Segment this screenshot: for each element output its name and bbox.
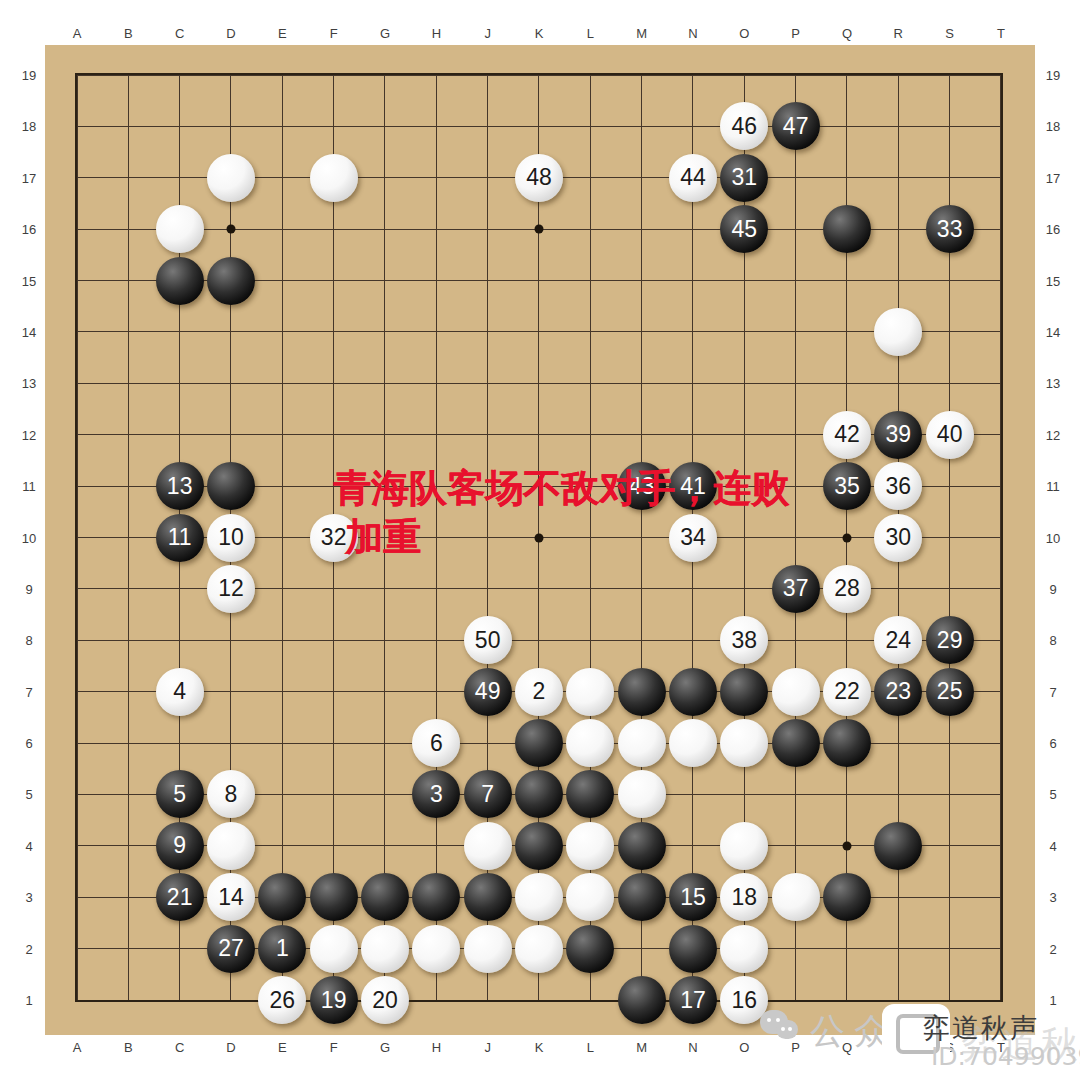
stone-H6: 6 xyxy=(412,719,460,767)
stone-O16: 45 xyxy=(720,205,768,253)
stone-D3: 14 xyxy=(207,873,255,921)
stone-Q9: 28 xyxy=(823,565,871,613)
coord-label-top-C: C xyxy=(175,26,184,41)
stone-J7: 49 xyxy=(464,668,512,716)
stone-H2 xyxy=(412,925,460,973)
stone-D17 xyxy=(207,154,255,202)
stone-Q7: 22 xyxy=(823,668,871,716)
coord-label-top-J: J xyxy=(484,26,491,41)
stone-C10: 11 xyxy=(156,514,204,562)
stone-L5 xyxy=(566,770,614,818)
stone-J5: 7 xyxy=(464,770,512,818)
coord-label-right-9: 9 xyxy=(1049,581,1056,596)
coord-label-top-K: K xyxy=(535,26,544,41)
caption-line1: 青海队客场不敌对手，连败 xyxy=(333,464,789,513)
coord-label-left-1: 1 xyxy=(25,993,32,1008)
stone-E3 xyxy=(258,873,306,921)
coord-label-bottom-E: E xyxy=(278,1040,287,1055)
coord-label-top-A: A xyxy=(73,26,82,41)
stone-P18: 47 xyxy=(772,102,820,150)
stone-S7: 25 xyxy=(926,668,974,716)
coord-label-top-O: O xyxy=(739,26,749,41)
coord-label-top-B: B xyxy=(124,26,133,41)
coord-label-bottom-G: G xyxy=(380,1040,390,1055)
stone-R7: 23 xyxy=(874,668,922,716)
app-icon-mouth xyxy=(908,1050,924,1054)
stone-K5 xyxy=(515,770,563,818)
stone-D5: 8 xyxy=(207,770,255,818)
stone-P3 xyxy=(772,873,820,921)
wechat-eye xyxy=(781,1027,785,1031)
stone-J2 xyxy=(464,925,512,973)
coord-label-left-10: 10 xyxy=(22,530,36,545)
coord-label-right-11: 11 xyxy=(1046,479,1060,494)
stone-N3: 15 xyxy=(669,873,717,921)
caption-line2: 加重 xyxy=(345,513,789,562)
stone-M6 xyxy=(618,719,666,767)
stone-J8: 50 xyxy=(464,616,512,664)
stone-O17: 31 xyxy=(720,154,768,202)
coord-label-bottom-M: M xyxy=(636,1040,647,1055)
stone-R12: 39 xyxy=(874,411,922,459)
stone-F17 xyxy=(310,154,358,202)
coord-label-bottom-C: C xyxy=(175,1040,184,1055)
coord-label-right-15: 15 xyxy=(1046,273,1060,288)
wechat-eye xyxy=(788,1027,792,1031)
stone-K4 xyxy=(515,822,563,870)
stone-G3 xyxy=(361,873,409,921)
coord-label-top-T: T xyxy=(997,26,1005,41)
stone-M7 xyxy=(618,668,666,716)
stone-O6 xyxy=(720,719,768,767)
stone-G1: 20 xyxy=(361,976,409,1024)
coord-label-right-5: 5 xyxy=(1049,787,1056,802)
stone-S12: 40 xyxy=(926,411,974,459)
coord-label-left-3: 3 xyxy=(25,890,32,905)
stone-N17: 44 xyxy=(669,154,717,202)
stone-N6 xyxy=(669,719,717,767)
stone-C16 xyxy=(156,205,204,253)
coord-label-bottom-L: L xyxy=(587,1040,594,1055)
coord-label-bottom-J: J xyxy=(484,1040,491,1055)
coord-label-top-Q: Q xyxy=(842,26,852,41)
watermark: 公众号 弈道秋声 弈道秋声 ID:70499039 xyxy=(756,1002,1080,1080)
coord-label-top-P: P xyxy=(791,26,800,41)
coord-label-right-14: 14 xyxy=(1046,324,1060,339)
stone-L4 xyxy=(566,822,614,870)
stone-L6 xyxy=(566,719,614,767)
stone-J4 xyxy=(464,822,512,870)
coord-label-left-18: 18 xyxy=(22,119,36,134)
coord-label-left-4: 4 xyxy=(25,838,32,853)
coord-label-right-10: 10 xyxy=(1046,530,1060,545)
stone-F2 xyxy=(310,925,358,973)
coord-label-left-7: 7 xyxy=(25,684,32,699)
stone-C15 xyxy=(156,257,204,305)
coord-label-right-16: 16 xyxy=(1046,222,1060,237)
news-caption: 青海队客场不敌对手，连败 加重 xyxy=(333,464,789,562)
coord-label-left-15: 15 xyxy=(22,273,36,288)
coord-label-right-7: 7 xyxy=(1049,684,1056,699)
coord-label-right-13: 13 xyxy=(1046,376,1060,391)
coord-label-left-8: 8 xyxy=(25,633,32,648)
coord-label-right-6: 6 xyxy=(1049,736,1056,751)
coord-label-left-6: 6 xyxy=(25,736,32,751)
stone-Q12: 42 xyxy=(823,411,871,459)
stone-S8: 29 xyxy=(926,616,974,664)
coord-label-right-4: 4 xyxy=(1049,838,1056,853)
coord-label-top-F: F xyxy=(330,26,338,41)
coord-label-left-11: 11 xyxy=(22,479,36,494)
coord-label-top-R: R xyxy=(894,26,903,41)
coord-label-left-17: 17 xyxy=(22,170,36,185)
star-point-K16 xyxy=(534,225,543,234)
stone-M3 xyxy=(618,873,666,921)
stone-K2 xyxy=(515,925,563,973)
coord-label-left-19: 19 xyxy=(22,68,36,83)
coord-label-bottom-A: A xyxy=(73,1040,82,1055)
stone-E2: 1 xyxy=(258,925,306,973)
coord-label-top-D: D xyxy=(226,26,235,41)
coord-label-right-19: 19 xyxy=(1046,68,1060,83)
coord-label-bottom-D: D xyxy=(226,1040,235,1055)
stone-F3 xyxy=(310,873,358,921)
stone-H5: 3 xyxy=(412,770,460,818)
coord-label-left-12: 12 xyxy=(22,427,36,442)
stone-R11: 36 xyxy=(874,462,922,510)
stone-G2 xyxy=(361,925,409,973)
stone-O2 xyxy=(720,925,768,973)
coord-label-top-L: L xyxy=(587,26,594,41)
stone-O3: 18 xyxy=(720,873,768,921)
star-point-Q10 xyxy=(842,533,851,542)
stone-Q16 xyxy=(823,205,871,253)
stone-E1: 26 xyxy=(258,976,306,1024)
stone-K7: 2 xyxy=(515,668,563,716)
coord-label-bottom-B: B xyxy=(124,1040,133,1055)
coord-label-bottom-K: K xyxy=(535,1040,544,1055)
coord-label-top-M: M xyxy=(636,26,647,41)
wechat-icon xyxy=(760,1010,802,1044)
stone-K3 xyxy=(515,873,563,921)
stone-Q3 xyxy=(823,873,871,921)
stone-C4: 9 xyxy=(156,822,204,870)
stone-D4 xyxy=(207,822,255,870)
stone-N7 xyxy=(669,668,717,716)
coord-label-left-14: 14 xyxy=(22,324,36,339)
stone-C11: 13 xyxy=(156,462,204,510)
wechat-bubble-small xyxy=(776,1020,798,1039)
stone-P7 xyxy=(772,668,820,716)
coord-label-top-H: H xyxy=(432,26,441,41)
coord-label-top-E: E xyxy=(278,26,287,41)
stone-M5 xyxy=(618,770,666,818)
stone-M4 xyxy=(618,822,666,870)
stone-N2 xyxy=(669,925,717,973)
watermark-account-name: 弈道秋声 xyxy=(923,1010,1039,1046)
stone-D15 xyxy=(207,257,255,305)
stone-H3 xyxy=(412,873,460,921)
coord-label-right-12: 12 xyxy=(1046,427,1060,442)
star-point-D16 xyxy=(226,225,235,234)
coord-label-left-9: 9 xyxy=(25,581,32,596)
stone-P9: 37 xyxy=(772,565,820,613)
watermark-account-id: ID:70499039 xyxy=(931,1042,1080,1071)
stone-D11 xyxy=(207,462,255,510)
stone-P6 xyxy=(772,719,820,767)
coord-label-bottom-H: H xyxy=(432,1040,441,1055)
wechat-eye xyxy=(767,1018,771,1022)
stone-L3 xyxy=(566,873,614,921)
stone-F1: 19 xyxy=(310,976,358,1024)
stone-O7 xyxy=(720,668,768,716)
coord-label-left-13: 13 xyxy=(22,376,36,391)
stone-K17: 48 xyxy=(515,154,563,202)
stone-M1 xyxy=(618,976,666,1024)
coord-label-top-S: S xyxy=(945,26,954,41)
stone-R14 xyxy=(874,308,922,356)
stone-O8: 38 xyxy=(720,616,768,664)
stone-L2 xyxy=(566,925,614,973)
coord-label-right-3: 3 xyxy=(1049,890,1056,905)
stone-D9: 12 xyxy=(207,565,255,613)
stone-N1: 17 xyxy=(669,976,717,1024)
stone-K6 xyxy=(515,719,563,767)
coord-label-top-G: G xyxy=(380,26,390,41)
coord-label-right-2: 2 xyxy=(1049,941,1056,956)
stone-J3 xyxy=(464,873,512,921)
stone-C5: 5 xyxy=(156,770,204,818)
coord-label-bottom-O: O xyxy=(739,1040,749,1055)
coord-label-right-18: 18 xyxy=(1046,119,1060,134)
go-diagram: AABBCCDDEEFFGGHHJJKKLLMMNNOOPPQQRRSSTT19… xyxy=(0,0,1080,1080)
stone-R4 xyxy=(874,822,922,870)
coord-label-right-8: 8 xyxy=(1049,633,1056,648)
stone-C3: 21 xyxy=(156,873,204,921)
coord-label-left-2: 2 xyxy=(25,941,32,956)
stone-Q6 xyxy=(823,719,871,767)
stone-L7 xyxy=(566,668,614,716)
coord-label-left-5: 5 xyxy=(25,787,32,802)
stone-D10: 10 xyxy=(207,514,255,562)
stone-R10: 30 xyxy=(874,514,922,562)
stone-Q11: 35 xyxy=(823,462,871,510)
coord-label-top-N: N xyxy=(688,26,697,41)
stone-S16: 33 xyxy=(926,205,974,253)
stone-O18: 46 xyxy=(720,102,768,150)
coord-label-left-16: 16 xyxy=(22,222,36,237)
coord-label-bottom-F: F xyxy=(330,1040,338,1055)
stone-C7: 4 xyxy=(156,668,204,716)
stone-O4 xyxy=(720,822,768,870)
stone-R8: 24 xyxy=(874,616,922,664)
coord-label-bottom-N: N xyxy=(688,1040,697,1055)
stone-D2: 27 xyxy=(207,925,255,973)
coord-label-right-17: 17 xyxy=(1046,170,1060,185)
star-point-Q4 xyxy=(842,841,851,850)
